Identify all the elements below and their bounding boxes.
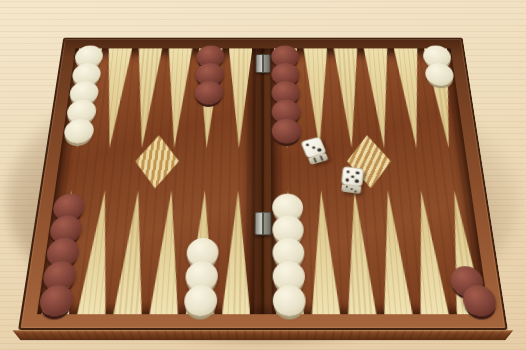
die-pip <box>345 186 347 188</box>
point-18[interactable] <box>223 48 256 148</box>
point-triangle <box>186 190 218 314</box>
die-pip <box>350 188 352 190</box>
checker-stack-point-6 <box>273 194 307 317</box>
photo-scene <box>0 0 526 350</box>
point-triangle <box>77 190 118 314</box>
die-pip <box>355 190 357 192</box>
points-bottom-right <box>271 190 489 314</box>
point-triangle <box>308 190 340 314</box>
die-pip <box>321 159 324 161</box>
point-triangle <box>334 48 365 148</box>
point-17[interactable] <box>190 48 225 148</box>
perspective-wrapper <box>0 0 526 350</box>
checker-brown[interactable] <box>460 285 497 316</box>
checker-stack-point-17 <box>194 46 224 105</box>
point-triangle <box>129 48 162 148</box>
case-front-wall <box>12 330 513 340</box>
point-triangle <box>222 190 251 314</box>
checker-brown[interactable] <box>194 81 223 104</box>
point-19[interactable] <box>270 48 303 148</box>
die-front-face <box>341 184 361 193</box>
playing-field-left <box>37 48 256 314</box>
board <box>18 38 508 330</box>
point-3[interactable] <box>371 190 416 314</box>
checker-white[interactable] <box>186 238 219 267</box>
point-triangle <box>341 190 376 314</box>
hinge-bottom <box>255 212 272 235</box>
checker-brown[interactable] <box>38 285 75 316</box>
die-pip <box>345 178 349 182</box>
point-8[interactable] <box>182 190 222 314</box>
points-top-right <box>270 48 465 148</box>
checker-brown[interactable] <box>42 261 78 291</box>
board-half-left <box>37 48 256 314</box>
checker-white[interactable] <box>273 194 304 221</box>
checker-white[interactable] <box>273 261 306 291</box>
checker-stack-point-8 <box>183 238 218 316</box>
checker-white[interactable] <box>424 63 455 86</box>
checker-brown[interactable] <box>45 238 81 267</box>
die-pip <box>356 171 360 175</box>
point-6[interactable] <box>271 190 308 314</box>
point-5[interactable] <box>304 190 344 314</box>
checker-white[interactable] <box>273 285 306 316</box>
point-triangle <box>408 190 449 314</box>
die-top-face <box>341 166 364 187</box>
point-2[interactable] <box>404 190 452 314</box>
playing-field-right <box>270 48 489 314</box>
point-16[interactable] <box>158 48 196 148</box>
point-triangle <box>441 190 485 314</box>
checker-white[interactable] <box>185 261 218 291</box>
board-half-right <box>270 48 489 314</box>
die-pip <box>351 175 355 179</box>
center-seam <box>254 48 272 314</box>
checker-stack-point-12 <box>38 194 86 317</box>
die-pip <box>355 179 359 183</box>
die-2[interactable] <box>340 166 364 194</box>
point-9[interactable] <box>146 190 189 314</box>
checker-brown[interactable] <box>448 266 484 296</box>
checker-brown[interactable] <box>52 194 86 221</box>
point-7[interactable] <box>218 190 255 314</box>
point-triangle <box>162 48 193 148</box>
point-triangle <box>41 190 85 314</box>
point-triangle <box>375 190 413 314</box>
point-triangle <box>275 190 304 314</box>
point-triangle <box>113 190 151 314</box>
point-triangle <box>304 48 332 148</box>
point-1[interactable] <box>438 190 489 314</box>
checker-white[interactable] <box>273 238 305 267</box>
point-triangle <box>226 48 252 148</box>
checker-stack-point-1 <box>448 266 487 316</box>
die-pip <box>311 146 316 150</box>
points-top-left <box>61 48 256 148</box>
die-pip <box>346 170 350 174</box>
point-10[interactable] <box>109 190 154 314</box>
hinge-top <box>256 54 271 73</box>
checker-brown[interactable] <box>49 216 84 244</box>
die-pip <box>305 143 310 147</box>
die-pip <box>317 148 322 152</box>
points-bottom-left <box>37 190 255 314</box>
checker-white[interactable] <box>273 216 305 244</box>
checker-white[interactable] <box>183 285 217 316</box>
point-12[interactable] <box>37 190 88 314</box>
point-11[interactable] <box>73 190 121 314</box>
point-4[interactable] <box>338 190 381 314</box>
die-pip <box>314 161 317 163</box>
checker-brown[interactable] <box>272 119 302 144</box>
backgammon-case <box>18 38 508 330</box>
checker-stack-point-24 <box>421 46 454 86</box>
point-triangle <box>150 190 185 314</box>
checker-stack-point-19 <box>272 46 302 144</box>
checker-white[interactable] <box>63 119 95 144</box>
